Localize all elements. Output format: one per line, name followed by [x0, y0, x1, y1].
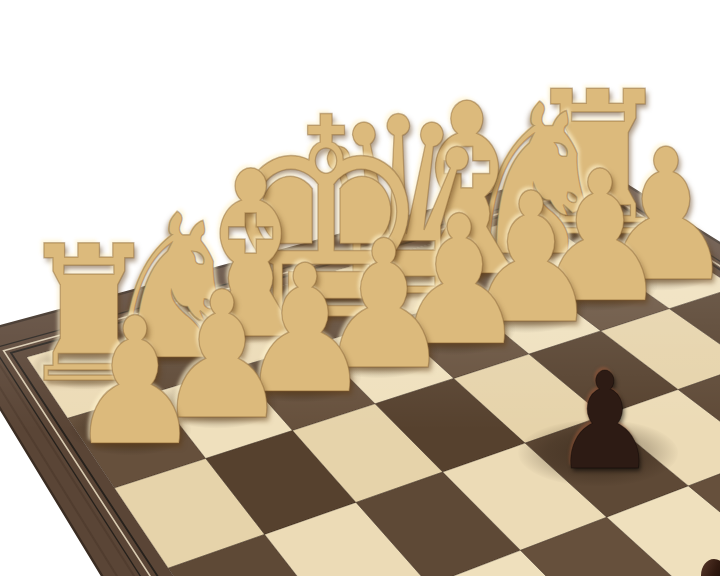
chess-set-photo: ♜♞♝♟♛♟♚♟♝♟♞♟♜♟♟♟♟: [0, 0, 720, 576]
chessboard: [0, 0, 720, 576]
photo-haze-overlay: [0, 0, 720, 576]
